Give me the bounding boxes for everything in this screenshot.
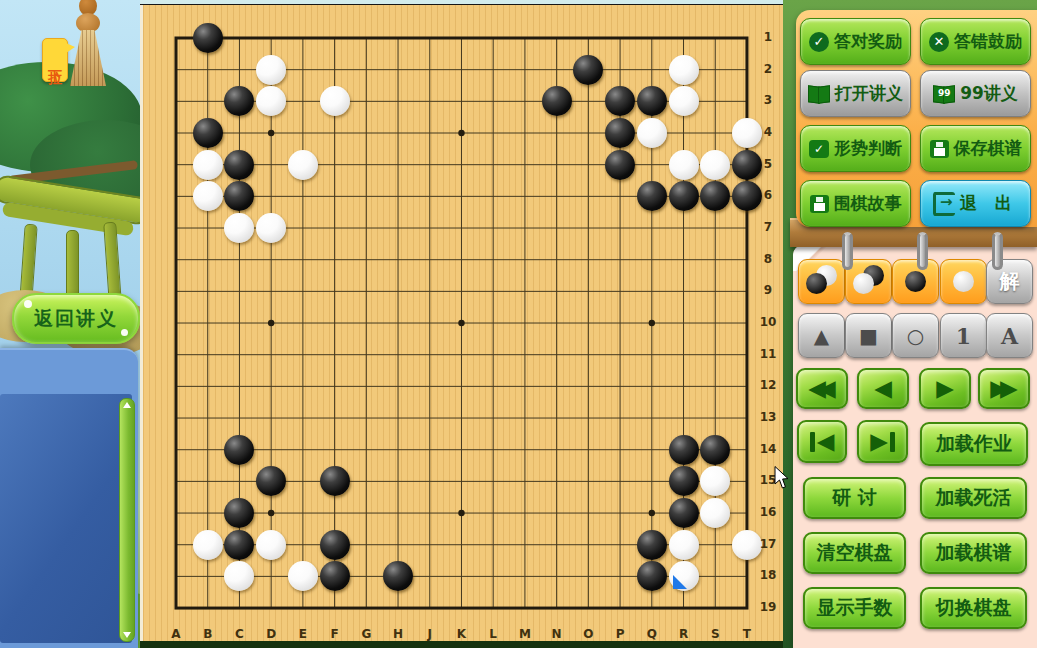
col-label-P: P bbox=[608, 627, 632, 641]
number-icon: 1 bbox=[956, 323, 971, 349]
black-stone-P4 bbox=[605, 118, 635, 148]
jump-start-icon: ◀ bbox=[817, 430, 835, 453]
col-label-H: H bbox=[386, 627, 410, 641]
open-lecture-button[interactable]: 打开讲义 bbox=[800, 70, 911, 117]
x-circle-icon: ✕ bbox=[929, 32, 949, 52]
exit-label: 退 出 bbox=[960, 192, 1018, 215]
open-book-icon bbox=[808, 86, 830, 102]
fast-rewind-icon: ◀◀ bbox=[808, 377, 827, 400]
exit-door-icon bbox=[933, 192, 955, 216]
col-label-N: N bbox=[545, 627, 569, 641]
col-label-B: B bbox=[196, 627, 220, 641]
solve-label: 解 bbox=[1000, 268, 1020, 295]
story-book-icon bbox=[810, 195, 829, 213]
discussion-button[interactable]: 研 讨 bbox=[803, 477, 906, 519]
row-label-18: 18 bbox=[754, 568, 782, 582]
lecture-99-label: 99讲义 bbox=[960, 82, 1018, 105]
scrollbar[interactable] bbox=[119, 398, 135, 642]
white-stone-D2 bbox=[256, 55, 286, 85]
black-stone-R6 bbox=[669, 181, 699, 211]
square-icon: ■ bbox=[859, 324, 878, 348]
board-window-bottom-bar bbox=[140, 641, 783, 648]
step-forward-button[interactable]: ▶ bbox=[919, 368, 971, 409]
col-label-L: L bbox=[481, 627, 505, 641]
col-label-C: C bbox=[227, 627, 251, 641]
return-to-lecture-button[interactable]: 返回讲义 bbox=[12, 293, 140, 344]
end-bar-icon bbox=[890, 432, 895, 452]
number-marker-button[interactable]: 1 bbox=[940, 313, 987, 358]
black-stone-Q18 bbox=[637, 561, 667, 591]
row-label-5: 5 bbox=[754, 157, 782, 171]
switch-board-label: 切换棋盘 bbox=[936, 595, 1012, 621]
row-label-12: 12 bbox=[754, 378, 782, 392]
white-stone-R5 bbox=[669, 150, 699, 180]
load-homework-label: 加载作业 bbox=[936, 431, 1012, 457]
black-stone-B1 bbox=[193, 23, 223, 53]
row-label-7: 7 bbox=[754, 220, 782, 234]
load-homework-button[interactable]: 加载作业 bbox=[920, 422, 1028, 466]
start-bar-icon bbox=[810, 432, 815, 452]
white-stone-B5 bbox=[193, 150, 223, 180]
white-stone-Q4 bbox=[637, 118, 667, 148]
white-stone-E5 bbox=[288, 150, 318, 180]
step-forward-icon: ▶ bbox=[936, 377, 954, 400]
load-game-record-label: 加载棋谱 bbox=[936, 540, 1012, 566]
open-lecture-label: 打开讲义 bbox=[835, 82, 903, 105]
fast-rewind-button[interactable]: ◀◀ bbox=[796, 368, 848, 409]
reward-correct-label: 答对奖励 bbox=[834, 30, 902, 53]
row-label-11: 11 bbox=[754, 347, 782, 361]
row-label-2: 2 bbox=[754, 62, 782, 76]
go-board[interactable]: ABCDEFGHJKLMNOPQRST 12345678910111213141… bbox=[140, 5, 783, 641]
row-label-16: 16 bbox=[754, 505, 782, 519]
circle-icon: ○ bbox=[907, 324, 924, 348]
show-move-numbers-label: 显示手数 bbox=[817, 595, 893, 621]
row-label-6: 6 bbox=[754, 188, 782, 202]
black-stone-Q3 bbox=[637, 86, 667, 116]
white-stone-icon bbox=[953, 271, 974, 292]
book-99-icon: 99 bbox=[933, 86, 955, 102]
white-stone-R17 bbox=[669, 530, 699, 560]
lecture-list-body bbox=[0, 394, 132, 643]
black-stone-O2 bbox=[573, 55, 603, 85]
col-label-K: K bbox=[449, 627, 473, 641]
discussion-label: 研 讨 bbox=[832, 485, 877, 511]
black-stone-Q17 bbox=[637, 530, 667, 560]
black-stone-S14 bbox=[700, 435, 730, 465]
load-life-death-button[interactable]: 加载死活 bbox=[920, 477, 1027, 519]
white-stone-R3 bbox=[669, 86, 699, 116]
exit-button[interactable]: 退 出 bbox=[920, 180, 1031, 227]
white-stone-F3 bbox=[320, 86, 350, 116]
white-stone-D17 bbox=[256, 530, 286, 560]
col-label-J: J bbox=[418, 627, 442, 641]
black-stone-R16 bbox=[669, 498, 699, 528]
button-shine bbox=[121, 329, 128, 336]
go-stories-button[interactable]: 围棋故事 bbox=[800, 180, 911, 227]
white-stone-B6 bbox=[193, 181, 223, 211]
black-stone-P5 bbox=[605, 150, 635, 180]
triangle-marker-icon bbox=[673, 574, 688, 589]
button-shine bbox=[24, 300, 32, 308]
row-label-9: 9 bbox=[754, 283, 782, 297]
black-stone-N3 bbox=[542, 86, 572, 116]
col-label-E: E bbox=[291, 627, 315, 641]
mode-black-only-button[interactable] bbox=[892, 259, 939, 304]
col-label-O: O bbox=[576, 627, 600, 641]
black-stone-R14 bbox=[669, 435, 699, 465]
bubble-check-icon: ✓ bbox=[809, 140, 829, 158]
binder-ring-icon bbox=[842, 232, 853, 270]
pull-tassel[interactable] bbox=[70, 0, 106, 88]
encourage-wrong-button[interactable]: ✕ 答错鼓励 bbox=[920, 18, 1031, 65]
binder-ring-icon bbox=[917, 232, 928, 270]
black-stone-C14 bbox=[224, 435, 254, 465]
load-game-record-button[interactable]: 加载棋谱 bbox=[920, 532, 1027, 574]
mouse-cursor bbox=[774, 466, 790, 490]
row-label-8: 8 bbox=[754, 252, 782, 266]
col-label-G: G bbox=[354, 627, 378, 641]
lecture-list-panel bbox=[0, 348, 138, 648]
clear-board-label: 清空棋盘 bbox=[817, 540, 893, 566]
pull-down-tag[interactable]: 下拉 bbox=[42, 38, 68, 82]
white-stone-icon bbox=[853, 273, 874, 294]
white-stone-D7 bbox=[256, 213, 286, 243]
row-label-14: 14 bbox=[754, 442, 782, 456]
col-label-S: S bbox=[703, 627, 727, 641]
app-root: 下拉 返回讲义 ABCDEFGHJKLMNOPQRST 123456789101… bbox=[0, 0, 1037, 648]
switch-board-button[interactable]: 切换棋盘 bbox=[920, 587, 1027, 629]
col-label-F: F bbox=[323, 627, 347, 641]
save-game-record-label: 保存棋谱 bbox=[954, 137, 1022, 160]
encourage-wrong-label: 答错鼓励 bbox=[954, 30, 1022, 53]
position-judgment-label: 形势判断 bbox=[834, 137, 902, 160]
white-stone-R2 bbox=[669, 55, 699, 85]
black-stone-R15 bbox=[669, 466, 699, 496]
black-stone-F18 bbox=[320, 561, 350, 591]
letter-icon: A bbox=[1001, 323, 1018, 349]
load-life-death-label: 加载死活 bbox=[936, 485, 1012, 511]
col-label-Q: Q bbox=[640, 627, 664, 641]
row-label-19: 19 bbox=[754, 600, 782, 614]
col-label-A: A bbox=[164, 627, 188, 641]
step-back-icon: ◀ bbox=[874, 377, 892, 400]
jump-to-start-button[interactable]: ◀ bbox=[797, 420, 847, 463]
step-back-button[interactable]: ◀ bbox=[857, 368, 909, 409]
col-label-T: T bbox=[735, 627, 759, 641]
black-stone-Q6 bbox=[637, 181, 667, 211]
white-stone-R18 bbox=[669, 561, 699, 591]
col-label-D: D bbox=[259, 627, 283, 641]
black-stone-C5 bbox=[224, 150, 254, 180]
black-stone-B4 bbox=[193, 118, 223, 148]
row-label-3: 3 bbox=[754, 93, 782, 107]
square-marker-button[interactable]: ■ bbox=[845, 313, 892, 358]
jump-to-end-button[interactable]: ▶ bbox=[857, 420, 908, 463]
jump-end-icon: ▶ bbox=[870, 430, 888, 453]
col-label-R: R bbox=[672, 627, 696, 641]
scroll-up-icon[interactable] bbox=[123, 402, 131, 408]
col-label-M: M bbox=[513, 627, 537, 641]
reward-correct-button[interactable]: ✓ 答对奖励 bbox=[800, 18, 911, 65]
show-move-numbers-button[interactable]: 显示手数 bbox=[803, 587, 906, 629]
row-label-13: 13 bbox=[754, 410, 782, 424]
letter-marker-button[interactable]: A bbox=[986, 313, 1033, 358]
row-label-10: 10 bbox=[754, 315, 782, 329]
lecture-99-button[interactable]: 99 99讲义 bbox=[920, 70, 1031, 117]
white-stone-B17 bbox=[193, 530, 223, 560]
triangle-marker-button[interactable]: ▲ bbox=[798, 313, 845, 358]
bubble-pointer bbox=[66, 43, 75, 53]
black-stone-icon bbox=[905, 271, 926, 292]
left-sidebar-scene: 下拉 返回讲义 bbox=[0, 0, 140, 648]
row-label-1: 1 bbox=[754, 30, 782, 44]
pull-down-label: 下拉 bbox=[47, 58, 64, 62]
mode-white-only-button[interactable] bbox=[940, 259, 987, 304]
scroll-down-icon[interactable] bbox=[123, 632, 131, 638]
save-game-record-button[interactable]: 保存棋谱 bbox=[920, 125, 1031, 172]
black-stone-F15 bbox=[320, 466, 350, 496]
black-stone-icon bbox=[806, 273, 827, 294]
fast-forward-icon: ▶▶ bbox=[990, 377, 1009, 400]
circle-marker-button[interactable]: ○ bbox=[892, 313, 939, 358]
return-button-label: 返回讲义 bbox=[34, 306, 118, 332]
clear-board-button[interactable]: 清空棋盘 bbox=[803, 532, 906, 574]
tools-panel: 解 ▲ ■ ○ 1 A ◀◀ ◀ ▶ ▶▶ ◀ ▶ 加载作业 研 讨 加载死活 … bbox=[793, 245, 1037, 648]
triangle-icon: ▲ bbox=[814, 324, 829, 348]
white-stone-S5 bbox=[700, 150, 730, 180]
row-label-17: 17 bbox=[754, 537, 782, 551]
floppy-disk-icon bbox=[930, 140, 949, 158]
black-stone-F17 bbox=[320, 530, 350, 560]
mode-alternate-black-button[interactable] bbox=[798, 259, 845, 304]
row-label-4: 4 bbox=[754, 125, 782, 139]
go-stories-label: 围棋故事 bbox=[834, 192, 902, 215]
black-stone-C17 bbox=[224, 530, 254, 560]
check-circle-icon: ✓ bbox=[809, 32, 829, 52]
binder-ring-icon bbox=[992, 232, 1003, 270]
fast-forward-button[interactable]: ▶▶ bbox=[978, 368, 1030, 409]
position-judgment-button[interactable]: ✓ 形势判断 bbox=[800, 125, 911, 172]
top-menu-panel: ✓ 答对奖励 ✕ 答错鼓励 打开讲义 99 99讲义 ✓ 形势判断 保存棋谱 围… bbox=[796, 10, 1037, 227]
tassel-fringe bbox=[70, 30, 106, 86]
